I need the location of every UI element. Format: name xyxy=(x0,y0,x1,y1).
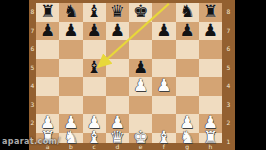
piece-white-pawn-f4[interactable]: ♟ xyxy=(156,77,171,94)
square-e4[interactable]: ♟ xyxy=(129,77,152,96)
piece-black-pawn-e5[interactable]: ♟ xyxy=(133,59,148,76)
chess-board[interactable]: ♜♞♝♛♚♞♜♟♟♟♟♟♟♟♝♟♟♟♟♟♟♟♟♟♜♞♝♛♚♝♞♜ xyxy=(36,3,222,143)
square-b7[interactable]: ♟ xyxy=(59,22,82,41)
square-d1[interactable]: ♛ xyxy=(106,133,129,144)
square-e1[interactable]: ♚ xyxy=(129,133,152,144)
chess-board-frame: ♜♞♝♛♚♞♜♟♟♟♟♟♟♟♝♟♟♟♟♟♟♟♟♟♜♞♝♛♚♝♞♜ 8877665… xyxy=(29,0,235,150)
square-e3[interactable] xyxy=(129,96,152,115)
square-b3[interactable] xyxy=(59,96,82,115)
square-c5[interactable]: ♝ xyxy=(83,59,106,78)
piece-black-pawn-c7[interactable]: ♟ xyxy=(87,22,102,39)
square-g3[interactable] xyxy=(176,96,199,115)
coordinate-rank-7-left: 7 xyxy=(29,28,36,34)
square-c8[interactable]: ♝ xyxy=(83,3,106,22)
piece-white-pawn-e4[interactable]: ♟ xyxy=(133,77,148,94)
square-g4[interactable] xyxy=(176,77,199,96)
coordinate-rank-1-right: 1 xyxy=(222,139,235,145)
coordinate-rank-2-right: 2 xyxy=(222,120,235,126)
coordinate-rank-4-right: 4 xyxy=(222,83,235,89)
square-c1[interactable]: ♝ xyxy=(83,133,106,144)
piece-black-pawn-d7[interactable]: ♟ xyxy=(110,22,125,39)
piece-black-queen-d8[interactable]: ♛ xyxy=(110,3,125,20)
square-e6[interactable] xyxy=(129,40,152,59)
piece-black-bishop-c5[interactable]: ♝ xyxy=(87,59,102,76)
square-c6[interactable] xyxy=(83,40,106,59)
square-d6[interactable] xyxy=(106,40,129,59)
piece-black-pawn-b7[interactable]: ♟ xyxy=(63,22,78,39)
square-h6[interactable] xyxy=(199,40,222,59)
square-a7[interactable]: ♟ xyxy=(36,22,59,41)
square-f6[interactable] xyxy=(152,40,175,59)
square-e5[interactable]: ♟ xyxy=(129,59,152,78)
coordinate-rank-3-left: 3 xyxy=(29,102,36,108)
square-e8[interactable]: ♚ xyxy=(129,3,152,22)
piece-black-bishop-c8[interactable]: ♝ xyxy=(87,3,102,20)
piece-black-knight-b8[interactable]: ♞ xyxy=(63,3,78,20)
square-a3[interactable] xyxy=(36,96,59,115)
square-f4[interactable]: ♟ xyxy=(152,77,175,96)
square-h3[interactable] xyxy=(199,96,222,115)
square-a5[interactable] xyxy=(36,59,59,78)
square-b5[interactable] xyxy=(59,59,82,78)
square-b8[interactable]: ♞ xyxy=(59,3,82,22)
square-f3[interactable] xyxy=(152,96,175,115)
square-d8[interactable]: ♛ xyxy=(106,3,129,22)
piece-black-pawn-h7[interactable]: ♟ xyxy=(203,22,218,39)
square-a8[interactable]: ♜ xyxy=(36,3,59,22)
coordinate-rank-8-left: 8 xyxy=(29,9,36,15)
coordinate-rank-7-right: 7 xyxy=(222,28,235,34)
piece-black-pawn-f7[interactable]: ♟ xyxy=(156,22,171,39)
square-g7[interactable]: ♟ xyxy=(176,22,199,41)
coordinate-rank-3-right: 3 xyxy=(222,102,235,108)
piece-white-knight-b1[interactable]: ♞ xyxy=(63,129,78,146)
square-d5[interactable] xyxy=(106,59,129,78)
piece-white-king-e1[interactable]: ♚ xyxy=(133,129,148,146)
piece-black-pawn-a7[interactable]: ♟ xyxy=(40,22,55,39)
coordinate-rank-2-left: 2 xyxy=(29,120,36,126)
square-b1[interactable]: ♞ xyxy=(59,133,82,144)
square-h5[interactable] xyxy=(199,59,222,78)
coordinate-rank-8-right: 8 xyxy=(222,9,235,15)
coordinate-rank-6-right: 6 xyxy=(222,46,235,52)
square-h4[interactable] xyxy=(199,77,222,96)
square-h7[interactable]: ♟ xyxy=(199,22,222,41)
coordinate-rank-4-left: 4 xyxy=(29,83,36,89)
square-e7[interactable] xyxy=(129,22,152,41)
square-d4[interactable] xyxy=(106,77,129,96)
square-a6[interactable] xyxy=(36,40,59,59)
square-f5[interactable] xyxy=(152,59,175,78)
square-b4[interactable] xyxy=(59,77,82,96)
square-d7[interactable]: ♟ xyxy=(106,22,129,41)
piece-black-pawn-g7[interactable]: ♟ xyxy=(180,22,195,39)
square-d3[interactable] xyxy=(106,96,129,115)
piece-white-knight-g1[interactable]: ♞ xyxy=(180,129,195,146)
square-g1[interactable]: ♞ xyxy=(176,133,199,144)
square-a4[interactable] xyxy=(36,77,59,96)
square-h8[interactable]: ♜ xyxy=(199,3,222,22)
square-g5[interactable] xyxy=(176,59,199,78)
piece-black-rook-a8[interactable]: ♜ xyxy=(40,3,55,20)
piece-black-rook-h8[interactable]: ♜ xyxy=(203,3,218,20)
piece-white-bishop-c1[interactable]: ♝ xyxy=(87,129,102,146)
square-g6[interactable] xyxy=(176,40,199,59)
watermark: aparat.com/ xyxy=(2,137,61,146)
square-g8[interactable]: ♞ xyxy=(176,3,199,22)
video-frame: ♜♞♝♛♚♞♜♟♟♟♟♟♟♟♝♟♟♟♟♟♟♟♟♟♜♞♝♛♚♝♞♜ 8877665… xyxy=(0,0,266,150)
square-b6[interactable] xyxy=(59,40,82,59)
coordinate-rank-6-left: 6 xyxy=(29,46,36,52)
square-f7[interactable]: ♟ xyxy=(152,22,175,41)
square-c3[interactable] xyxy=(83,96,106,115)
piece-black-knight-g8[interactable]: ♞ xyxy=(180,3,195,20)
square-c4[interactable] xyxy=(83,77,106,96)
piece-white-rook-h1[interactable]: ♜ xyxy=(203,129,218,146)
coordinate-rank-5-left: 5 xyxy=(29,65,36,71)
square-h1[interactable]: ♜ xyxy=(199,133,222,144)
piece-white-bishop-f1[interactable]: ♝ xyxy=(156,129,171,146)
square-c7[interactable]: ♟ xyxy=(83,22,106,41)
square-f8[interactable] xyxy=(152,3,175,22)
coordinate-rank-5-right: 5 xyxy=(222,65,235,71)
piece-white-queen-d1[interactable]: ♛ xyxy=(110,129,125,146)
square-f1[interactable]: ♝ xyxy=(152,133,175,144)
piece-black-king-e8[interactable]: ♚ xyxy=(133,3,148,20)
